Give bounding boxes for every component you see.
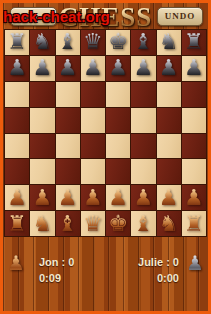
square-g8[interactable]: ♞ — [157, 30, 181, 55]
square-g4[interactable] — [157, 134, 181, 159]
square-a7[interactable]: ♟ — [5, 56, 29, 81]
square-h1[interactable]: ♜ — [182, 211, 206, 236]
square-d3[interactable] — [81, 159, 105, 184]
square-d6[interactable] — [81, 82, 105, 107]
square-a4[interactable] — [5, 134, 29, 159]
square-b1[interactable]: ♞ — [30, 211, 54, 236]
square-a2[interactable]: ♟ — [5, 185, 29, 210]
square-f7[interactable]: ♟ — [131, 56, 155, 81]
piece-white-knight[interactable]: ♞ — [33, 212, 53, 236]
square-c8[interactable]: ♝ — [56, 30, 80, 55]
piece-white-king[interactable]: ♚ — [108, 212, 128, 236]
square-f1[interactable]: ♝ — [131, 211, 155, 236]
black-pawn-icon: ♟ — [186, 252, 204, 274]
square-c7[interactable]: ♟ — [56, 56, 80, 81]
piece-black-pawn[interactable]: ♟ — [58, 56, 78, 80]
square-e7[interactable]: ♟ — [106, 56, 130, 81]
square-a1[interactable]: ♜ — [5, 211, 29, 236]
white-player-score: Jon : 0 — [39, 254, 74, 270]
square-h4[interactable] — [182, 134, 206, 159]
piece-black-pawn[interactable]: ♟ — [184, 56, 204, 80]
black-player-panel: Julie : 0 0:00 — [138, 254, 179, 286]
square-b3[interactable] — [30, 159, 54, 184]
square-e5[interactable] — [106, 108, 130, 133]
square-f2[interactable]: ♟ — [131, 185, 155, 210]
piece-white-bishop[interactable]: ♝ — [134, 212, 154, 236]
square-a6[interactable] — [5, 82, 29, 107]
piece-white-knight[interactable]: ♞ — [159, 212, 179, 236]
square-c1[interactable]: ♝ — [56, 211, 80, 236]
undo-button[interactable]: UNDO — [157, 7, 203, 26]
square-g2[interactable]: ♟ — [157, 185, 181, 210]
white-player-clock: 0:09 — [39, 270, 74, 286]
piece-white-pawn[interactable]: ♟ — [108, 186, 128, 210]
piece-white-rook[interactable]: ♜ — [7, 212, 27, 236]
square-f8[interactable]: ♝ — [131, 30, 155, 55]
piece-black-pawn[interactable]: ♟ — [83, 56, 103, 80]
square-d7[interactable]: ♟ — [81, 56, 105, 81]
square-a3[interactable] — [5, 159, 29, 184]
piece-black-pawn[interactable]: ♟ — [7, 56, 27, 80]
square-f5[interactable] — [131, 108, 155, 133]
piece-white-pawn[interactable]: ♟ — [58, 186, 78, 210]
square-c6[interactable] — [56, 82, 80, 107]
square-c4[interactable] — [56, 134, 80, 159]
piece-white-queen[interactable]: ♛ — [83, 212, 103, 236]
piece-white-pawn[interactable]: ♟ — [134, 186, 154, 210]
square-e3[interactable] — [106, 159, 130, 184]
square-h2[interactable]: ♟ — [182, 185, 206, 210]
square-g7[interactable]: ♟ — [157, 56, 181, 81]
square-c3[interactable] — [56, 159, 80, 184]
square-d1[interactable]: ♛ — [81, 211, 105, 236]
piece-black-bishop[interactable]: ♝ — [134, 30, 154, 54]
square-f3[interactable] — [131, 159, 155, 184]
square-b5[interactable] — [30, 108, 54, 133]
square-a8[interactable]: ♜ — [5, 30, 29, 55]
square-d8[interactable]: ♛ — [81, 30, 105, 55]
square-c5[interactable] — [56, 108, 80, 133]
piece-white-pawn[interactable]: ♟ — [159, 186, 179, 210]
square-b6[interactable] — [30, 82, 54, 107]
square-g1[interactable]: ♞ — [157, 211, 181, 236]
square-f6[interactable] — [131, 82, 155, 107]
square-b8[interactable]: ♞ — [30, 30, 54, 55]
black-player-score: Julie : 0 — [138, 254, 179, 270]
square-d2[interactable]: ♟ — [81, 185, 105, 210]
square-e6[interactable] — [106, 82, 130, 107]
square-h8[interactable]: ♜ — [182, 30, 206, 55]
piece-black-pawn[interactable]: ♟ — [108, 56, 128, 80]
piece-black-rook[interactable]: ♜ — [184, 30, 204, 54]
white-pawn-icon: ♟ — [7, 252, 25, 274]
square-h5[interactable] — [182, 108, 206, 133]
square-h7[interactable]: ♟ — [182, 56, 206, 81]
chess-board[interactable]: ♜♞♝♛♚♝♞♜♟♟♟♟♟♟♟♟♟♟♟♟♟♟♟♟♜♞♝♛♚♝♞♜ — [4, 29, 207, 237]
square-e8[interactable]: ♚ — [106, 30, 130, 55]
square-g5[interactable] — [157, 108, 181, 133]
piece-white-pawn[interactable]: ♟ — [7, 186, 27, 210]
square-f4[interactable] — [131, 134, 155, 159]
white-player-panel: Jon : 0 0:09 — [39, 254, 74, 286]
square-g6[interactable] — [157, 82, 181, 107]
piece-black-knight[interactable]: ♞ — [159, 30, 179, 54]
square-b4[interactable] — [30, 134, 54, 159]
piece-black-knight[interactable]: ♞ — [33, 30, 53, 54]
watermark-text: hack-cheat.org — [3, 8, 110, 25]
square-b7[interactable]: ♟ — [30, 56, 54, 81]
piece-black-pawn[interactable]: ♟ — [33, 56, 53, 80]
app-screen: CHESS UNDO hack-cheat.org ♜♞♝♛♚♝♞♜♟♟♟♟♟♟… — [0, 0, 211, 314]
square-d5[interactable] — [81, 108, 105, 133]
piece-black-rook[interactable]: ♜ — [7, 30, 27, 54]
piece-white-rook[interactable]: ♜ — [184, 212, 204, 236]
square-g3[interactable] — [157, 159, 181, 184]
piece-black-pawn[interactable]: ♟ — [159, 56, 179, 80]
piece-white-pawn[interactable]: ♟ — [33, 186, 53, 210]
piece-white-pawn[interactable]: ♟ — [83, 186, 103, 210]
piece-black-king[interactable]: ♚ — [108, 30, 128, 54]
square-d4[interactable] — [81, 134, 105, 159]
piece-white-bishop[interactable]: ♝ — [58, 212, 78, 236]
black-player-clock: 0:00 — [138, 270, 179, 286]
square-b2[interactable]: ♟ — [30, 185, 54, 210]
square-c2[interactable]: ♟ — [56, 185, 80, 210]
square-h3[interactable] — [182, 159, 206, 184]
piece-white-pawn[interactable]: ♟ — [184, 186, 204, 210]
square-e1[interactable]: ♚ — [106, 211, 130, 236]
piece-black-bishop[interactable]: ♝ — [58, 30, 78, 54]
square-e2[interactable]: ♟ — [106, 185, 130, 210]
square-e4[interactable] — [106, 134, 130, 159]
square-h6[interactable] — [182, 82, 206, 107]
piece-black-pawn[interactable]: ♟ — [134, 56, 154, 80]
square-a5[interactable] — [5, 108, 29, 133]
piece-black-queen[interactable]: ♛ — [83, 30, 103, 54]
